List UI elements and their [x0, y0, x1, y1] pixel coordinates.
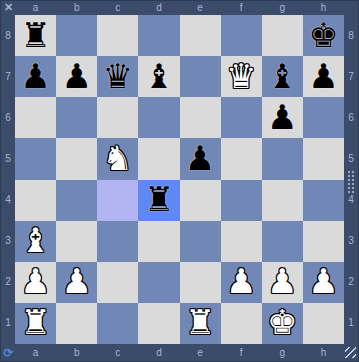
- square-a2[interactable]: ♟: [15, 262, 56, 303]
- square-d4[interactable]: ♜: [138, 180, 179, 221]
- square-e1[interactable]: ♜: [180, 303, 221, 344]
- square-d8[interactable]: [138, 15, 179, 56]
- square-h2[interactable]: ♟: [303, 262, 344, 303]
- piece-white-queen-f7[interactable]: ♛: [226, 59, 256, 93]
- rank-label-3-left: 3: [1, 221, 15, 262]
- square-f2[interactable]: ♟: [221, 262, 262, 303]
- square-b1[interactable]: [56, 303, 97, 344]
- square-c7[interactable]: ♛: [97, 56, 138, 97]
- piece-black-king-h8[interactable]: ♚: [308, 18, 338, 52]
- piece-white-king-g1[interactable]: ♚: [267, 305, 297, 339]
- square-c1[interactable]: [97, 303, 138, 344]
- rank-label-8-left: 8: [1, 15, 15, 56]
- rank-label-8-right: 8: [344, 15, 358, 56]
- piece-white-rook-a1[interactable]: ♜: [20, 305, 50, 339]
- file-label-b-bottom: b: [56, 344, 97, 361]
- piece-black-bishop-d7[interactable]: ♝: [144, 59, 174, 93]
- file-label-h-top: h: [303, 1, 344, 15]
- square-b2[interactable]: ♟: [56, 262, 97, 303]
- square-c5[interactable]: ♞: [97, 138, 138, 179]
- piece-black-pawn-e5[interactable]: ♟: [185, 141, 215, 175]
- rank-label-7-left: 7: [1, 56, 15, 97]
- piece-white-pawn-a2[interactable]: ♟: [20, 264, 50, 298]
- square-g7[interactable]: ♝: [262, 56, 303, 97]
- file-label-a-top: a: [15, 1, 56, 15]
- square-a5[interactable]: [15, 138, 56, 179]
- piece-black-rook-d4[interactable]: ♜: [144, 182, 174, 216]
- file-label-g-bottom: g: [262, 344, 303, 361]
- square-d2[interactable]: [138, 262, 179, 303]
- piece-black-bishop-g7[interactable]: ♝: [267, 59, 297, 93]
- piece-white-bishop-a3[interactable]: ♝: [20, 223, 50, 257]
- rank-label-2-right: 2: [344, 262, 358, 303]
- piece-white-pawn-g2[interactable]: ♟: [267, 264, 297, 298]
- square-e6[interactable]: [180, 97, 221, 138]
- square-g2[interactable]: ♟: [262, 262, 303, 303]
- rank-label-7-right: 7: [344, 56, 358, 97]
- rank-label-6-right: 6: [344, 97, 358, 138]
- file-label-e-top: e: [180, 1, 221, 15]
- square-a4[interactable]: [15, 180, 56, 221]
- square-b7[interactable]: ♟: [56, 56, 97, 97]
- square-e3[interactable]: [180, 221, 221, 262]
- square-g8[interactable]: [262, 15, 303, 56]
- piece-black-rook-a8[interactable]: ♜: [20, 18, 50, 52]
- file-label-f-top: f: [221, 1, 262, 15]
- square-g3[interactable]: [262, 221, 303, 262]
- square-h7[interactable]: ♟: [303, 56, 344, 97]
- piece-black-pawn-h7[interactable]: ♟: [308, 59, 338, 93]
- square-h4[interactable]: [303, 180, 344, 221]
- piece-black-pawn-g6[interactable]: ♟: [267, 100, 297, 134]
- square-d6[interactable]: [138, 97, 179, 138]
- square-f6[interactable]: [221, 97, 262, 138]
- file-label-g-top: g: [262, 1, 303, 15]
- square-d5[interactable]: [138, 138, 179, 179]
- square-e7[interactable]: [180, 56, 221, 97]
- file-label-h-bottom: h: [303, 344, 344, 361]
- square-f3[interactable]: [221, 221, 262, 262]
- piece-white-rook-e1[interactable]: ♜: [185, 305, 215, 339]
- chess-board-widget: abcdefgh8♜♚87♟♟♛♝♛♝♟76♟65♞♟54♜43♝32♟♟♟♟♟…: [0, 0, 359, 362]
- file-label-a-bottom: a: [15, 344, 56, 361]
- square-f4[interactable]: [221, 180, 262, 221]
- square-a8[interactable]: ♜: [15, 15, 56, 56]
- square-d1[interactable]: [138, 303, 179, 344]
- rank-label-6-left: 6: [1, 97, 15, 138]
- resize-handle-icon[interactable]: [345, 347, 356, 358]
- square-a1[interactable]: ♜: [15, 303, 56, 344]
- file-label-d-top: d: [138, 1, 179, 15]
- file-label-b-top: b: [56, 1, 97, 15]
- square-b8[interactable]: [56, 15, 97, 56]
- flip-board-icon[interactable]: ⟳: [2, 346, 15, 360]
- square-f8[interactable]: [221, 15, 262, 56]
- square-f5[interactable]: [221, 138, 262, 179]
- square-b4[interactable]: [56, 180, 97, 221]
- square-c6[interactable]: [97, 97, 138, 138]
- rank-label-5-left: 5: [1, 138, 15, 179]
- file-label-e-bottom: e: [180, 344, 221, 361]
- rank-label-3-right: 3: [344, 221, 358, 262]
- square-f1[interactable]: [221, 303, 262, 344]
- square-e4[interactable]: [180, 180, 221, 221]
- square-g1[interactable]: ♚: [262, 303, 303, 344]
- file-label-c-top: c: [97, 1, 138, 15]
- square-c4[interactable]: [97, 180, 138, 221]
- rank-label-2-left: 2: [1, 262, 15, 303]
- square-d3[interactable]: [138, 221, 179, 262]
- square-e5[interactable]: ♟: [180, 138, 221, 179]
- square-h1[interactable]: [303, 303, 344, 344]
- drag-grip-icon[interactable]: [346, 169, 356, 195]
- square-b3[interactable]: [56, 221, 97, 262]
- square-h5[interactable]: [303, 138, 344, 179]
- rank-label-1-right: 1: [344, 303, 358, 344]
- square-c8[interactable]: [97, 15, 138, 56]
- square-a3[interactable]: ♝: [15, 221, 56, 262]
- file-label-f-bottom: f: [221, 344, 262, 361]
- file-label-c-bottom: c: [97, 344, 138, 361]
- square-h3[interactable]: [303, 221, 344, 262]
- square-g4[interactable]: [262, 180, 303, 221]
- board-grid: abcdefgh8♜♚87♟♟♛♝♛♝♟76♟65♞♟54♜43♝32♟♟♟♟♟…: [1, 1, 358, 361]
- square-b5[interactable]: [56, 138, 97, 179]
- piece-white-pawn-f2[interactable]: ♟: [226, 264, 256, 298]
- square-g5[interactable]: [262, 138, 303, 179]
- top-right-corner: [344, 1, 358, 15]
- rank-label-4-left: 4: [1, 180, 15, 221]
- piece-black-pawn-a7[interactable]: ♟: [20, 59, 50, 93]
- square-a7[interactable]: ♟: [15, 56, 56, 97]
- square-c3[interactable]: [97, 221, 138, 262]
- square-b6[interactable]: [56, 97, 97, 138]
- square-e2[interactable]: [180, 262, 221, 303]
- square-h6[interactable]: [303, 97, 344, 138]
- piece-black-queen-c7[interactable]: ♛: [103, 59, 133, 93]
- file-label-d-bottom: d: [138, 344, 179, 361]
- rank-label-1-left: 1: [1, 303, 15, 344]
- square-c2[interactable]: [97, 262, 138, 303]
- square-h8[interactable]: ♚: [303, 15, 344, 56]
- settings-tools-icon[interactable]: ✕: [2, 1, 15, 14]
- square-g6[interactable]: ♟: [262, 97, 303, 138]
- square-a6[interactable]: [15, 97, 56, 138]
- square-f7[interactable]: ♛: [221, 56, 262, 97]
- piece-white-knight-c5[interactable]: ♞: [103, 141, 133, 175]
- piece-black-pawn-b7[interactable]: ♟: [61, 59, 91, 93]
- square-e8[interactable]: [180, 15, 221, 56]
- square-d7[interactable]: ♝: [138, 56, 179, 97]
- piece-white-pawn-b2[interactable]: ♟: [61, 264, 91, 298]
- piece-white-pawn-h2[interactable]: ♟: [308, 264, 338, 298]
